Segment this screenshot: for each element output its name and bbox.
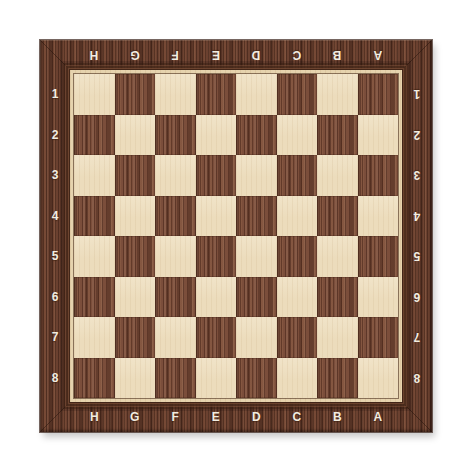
square-d3[interactable]	[236, 155, 277, 196]
square-e1[interactable]	[196, 74, 237, 115]
square-h7[interactable]	[74, 317, 115, 358]
square-h2[interactable]	[74, 115, 115, 156]
coord-top-file-e: E	[212, 49, 220, 61]
square-f4[interactable]	[155, 196, 196, 237]
coord-top-file-a: A	[373, 49, 382, 61]
square-a7[interactable]	[358, 317, 399, 358]
coord-right-rank-6: 6	[414, 291, 421, 303]
coord-bottom-file-b: B	[333, 411, 342, 423]
square-h8[interactable]	[74, 358, 115, 399]
square-c1[interactable]	[277, 74, 318, 115]
square-g5[interactable]	[115, 236, 156, 277]
square-b1[interactable]	[317, 74, 358, 115]
square-a2[interactable]	[358, 115, 399, 156]
coord-left-rank-2: 2	[52, 129, 59, 141]
frame-miter-bottom-left	[40, 402, 70, 432]
square-c5[interactable]	[277, 236, 318, 277]
coord-right-rank-7: 7	[414, 331, 421, 343]
square-g2[interactable]	[115, 115, 156, 156]
square-b3[interactable]	[317, 155, 358, 196]
square-e8[interactable]	[196, 358, 237, 399]
square-d1[interactable]	[236, 74, 277, 115]
board-inlay-border	[70, 70, 402, 402]
coord-right-rank-1: 1	[414, 88, 421, 100]
square-h4[interactable]	[74, 196, 115, 237]
square-g7[interactable]	[115, 317, 156, 358]
coord-right-rank-8: 8	[414, 372, 421, 384]
square-a3[interactable]	[358, 155, 399, 196]
square-a1[interactable]	[358, 74, 399, 115]
page: HH11GG22FF33EE44DD55CC66BB77AA88	[0, 0, 474, 474]
square-d7[interactable]	[236, 317, 277, 358]
coord-top-file-b: B	[333, 49, 342, 61]
coord-left-rank-8: 8	[52, 372, 59, 384]
square-c7[interactable]	[277, 317, 318, 358]
frame-miter-bottom-right	[402, 402, 432, 432]
square-c6[interactable]	[277, 277, 318, 318]
square-g3[interactable]	[115, 155, 156, 196]
square-f3[interactable]	[155, 155, 196, 196]
square-b5[interactable]	[317, 236, 358, 277]
square-f8[interactable]	[155, 358, 196, 399]
coord-top-file-h: H	[90, 49, 99, 61]
square-c4[interactable]	[277, 196, 318, 237]
board-grid	[74, 74, 398, 398]
coord-left-rank-4: 4	[52, 210, 59, 222]
square-c2[interactable]	[277, 115, 318, 156]
square-b4[interactable]	[317, 196, 358, 237]
coord-top-file-c: C	[292, 49, 301, 61]
square-b6[interactable]	[317, 277, 358, 318]
coord-bottom-file-e: E	[212, 411, 220, 423]
coord-left-rank-1: 1	[52, 88, 59, 100]
square-f5[interactable]	[155, 236, 196, 277]
square-d2[interactable]	[236, 115, 277, 156]
coord-right-rank-5: 5	[414, 250, 421, 262]
square-d6[interactable]	[236, 277, 277, 318]
square-g1[interactable]	[115, 74, 156, 115]
square-h6[interactable]	[74, 277, 115, 318]
coord-right-rank-4: 4	[414, 210, 421, 222]
chessboard: HH11GG22FF33EE44DD55CC66BB77AA88	[40, 40, 432, 432]
coord-bottom-file-h: H	[90, 411, 99, 423]
coord-left-rank-6: 6	[52, 291, 59, 303]
coord-right-rank-3: 3	[414, 169, 421, 181]
square-e3[interactable]	[196, 155, 237, 196]
coord-top-file-g: G	[130, 49, 139, 61]
square-d8[interactable]	[236, 358, 277, 399]
coord-top-file-f: F	[172, 49, 179, 61]
coord-bottom-file-a: A	[373, 411, 382, 423]
frame-miter-top-right	[402, 40, 432, 70]
coord-right-rank-2: 2	[414, 129, 421, 141]
square-h5[interactable]	[74, 236, 115, 277]
square-f7[interactable]	[155, 317, 196, 358]
square-g8[interactable]	[115, 358, 156, 399]
square-e7[interactable]	[196, 317, 237, 358]
square-f6[interactable]	[155, 277, 196, 318]
square-g4[interactable]	[115, 196, 156, 237]
coord-left-rank-3: 3	[52, 169, 59, 181]
coord-left-rank-5: 5	[52, 250, 59, 262]
square-e2[interactable]	[196, 115, 237, 156]
coord-bottom-file-d: D	[252, 411, 261, 423]
square-h3[interactable]	[74, 155, 115, 196]
square-b2[interactable]	[317, 115, 358, 156]
frame-miter-top-left	[40, 40, 70, 70]
square-f2[interactable]	[155, 115, 196, 156]
square-b8[interactable]	[317, 358, 358, 399]
square-e4[interactable]	[196, 196, 237, 237]
square-d5[interactable]	[236, 236, 277, 277]
square-b7[interactable]	[317, 317, 358, 358]
square-e5[interactable]	[196, 236, 237, 277]
square-a4[interactable]	[358, 196, 399, 237]
square-e6[interactable]	[196, 277, 237, 318]
square-a5[interactable]	[358, 236, 399, 277]
coord-top-file-d: D	[252, 49, 261, 61]
square-d4[interactable]	[236, 196, 277, 237]
square-c8[interactable]	[277, 358, 318, 399]
coord-left-rank-7: 7	[52, 331, 59, 343]
coord-bottom-file-g: G	[130, 411, 139, 423]
coord-bottom-file-f: F	[172, 411, 179, 423]
square-c3[interactable]	[277, 155, 318, 196]
square-h1[interactable]	[74, 74, 115, 115]
square-f1[interactable]	[155, 74, 196, 115]
square-a8[interactable]	[358, 358, 399, 399]
square-a6[interactable]	[358, 277, 399, 318]
square-g6[interactable]	[115, 277, 156, 318]
coord-bottom-file-c: C	[292, 411, 301, 423]
